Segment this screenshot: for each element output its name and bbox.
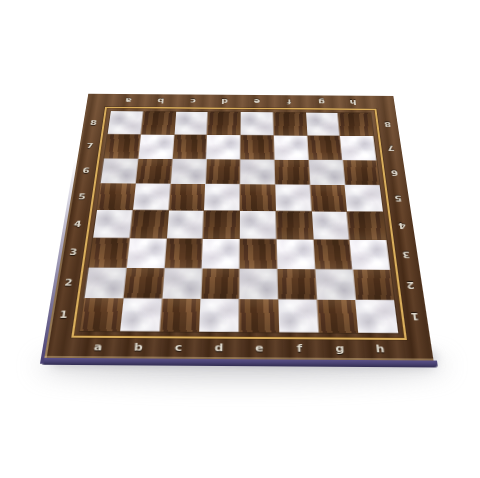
square-e4[interactable] <box>240 211 277 239</box>
board-perspective-wrapper: abcdefgh abcdefgh 87654321 87654321 <box>68 39 412 383</box>
square-d5[interactable] <box>204 184 240 211</box>
square-b3[interactable] <box>127 238 167 268</box>
file-label-top-e: e <box>241 95 273 107</box>
square-d2[interactable] <box>201 268 240 299</box>
rank-label-right-6: 6 <box>384 160 405 185</box>
square-e6[interactable] <box>240 159 275 185</box>
file-label-top-f: f <box>273 96 306 108</box>
square-f4[interactable] <box>276 211 313 239</box>
square-a7[interactable] <box>104 134 141 158</box>
square-g5[interactable] <box>310 185 347 212</box>
square-h6[interactable] <box>342 160 379 186</box>
file-label-a: a <box>77 338 120 357</box>
square-c8[interactable] <box>174 112 208 135</box>
square-d8[interactable] <box>207 112 240 135</box>
file-label-top-h: h <box>337 96 370 108</box>
square-g7[interactable] <box>307 136 342 160</box>
square-g1[interactable] <box>317 300 359 333</box>
square-b8[interactable] <box>141 111 176 134</box>
square-f8[interactable] <box>273 112 307 135</box>
file-label-top-d: d <box>208 95 240 107</box>
square-c6[interactable] <box>170 159 206 185</box>
square-b1[interactable] <box>120 299 162 332</box>
square-h4[interactable] <box>347 212 386 240</box>
square-a8[interactable] <box>108 111 144 134</box>
square-c5[interactable] <box>169 184 206 211</box>
square-f2[interactable] <box>277 269 317 300</box>
file-label-e: e <box>239 339 280 358</box>
file-label-h: h <box>359 340 401 359</box>
square-a6[interactable] <box>101 158 139 183</box>
square-a3[interactable] <box>89 238 130 268</box>
square-f1[interactable] <box>278 300 319 333</box>
square-h3[interactable] <box>350 240 390 270</box>
rank-label-right-7: 7 <box>381 136 401 160</box>
square-d6[interactable] <box>205 159 240 185</box>
square-b5[interactable] <box>133 184 171 211</box>
square-f5[interactable] <box>275 185 311 212</box>
square-a1[interactable] <box>80 298 123 331</box>
square-h2[interactable] <box>353 269 395 300</box>
square-h5[interactable] <box>345 185 383 212</box>
square-f6[interactable] <box>274 159 310 185</box>
square-c7[interactable] <box>172 135 207 159</box>
square-h7[interactable] <box>340 136 376 160</box>
square-d4[interactable] <box>203 211 240 239</box>
square-a2[interactable] <box>85 267 127 298</box>
rank-label-right-8: 8 <box>378 113 398 136</box>
square-a4[interactable] <box>93 210 133 238</box>
square-e7[interactable] <box>240 135 274 159</box>
square-a5[interactable] <box>97 183 136 210</box>
square-e1[interactable] <box>239 299 279 332</box>
rank-label-right-5: 5 <box>387 185 409 212</box>
square-g8[interactable] <box>306 113 341 136</box>
square-e2[interactable] <box>239 268 278 299</box>
square-b7[interactable] <box>138 134 174 158</box>
file-label-g: g <box>319 339 361 358</box>
square-h8[interactable] <box>338 113 373 136</box>
square-e8[interactable] <box>241 112 274 135</box>
square-c1[interactable] <box>160 299 201 332</box>
rank-label-right-1: 1 <box>403 301 427 334</box>
file-label-top-a: a <box>112 95 146 107</box>
square-b2[interactable] <box>123 268 164 299</box>
board-grid <box>80 111 398 333</box>
square-g6[interactable] <box>308 160 344 186</box>
square-c3[interactable] <box>164 238 203 268</box>
square-g2[interactable] <box>315 269 356 300</box>
square-f7[interactable] <box>274 135 309 159</box>
file-label-top-g: g <box>305 96 338 108</box>
rank-label-right-3: 3 <box>395 240 418 270</box>
product-photo-scene: abcdefgh abcdefgh 87654321 87654321 <box>0 0 480 478</box>
square-d3[interactable] <box>202 239 240 269</box>
square-f3[interactable] <box>276 239 314 269</box>
file-label-top-b: b <box>144 95 177 107</box>
file-labels-bottom: abcdefgh <box>77 338 402 359</box>
rank-label-right-2: 2 <box>399 269 423 300</box>
square-b6[interactable] <box>136 158 173 183</box>
file-label-d: d <box>198 339 239 358</box>
square-c2[interactable] <box>162 268 202 299</box>
file-labels-top: abcdefgh <box>112 95 370 108</box>
square-d1[interactable] <box>199 299 239 332</box>
square-g3[interactable] <box>313 239 352 269</box>
square-b4[interactable] <box>130 210 169 238</box>
file-label-c: c <box>158 338 199 357</box>
square-h1[interactable] <box>355 300 398 333</box>
square-c4[interactable] <box>166 211 204 239</box>
square-d7[interactable] <box>206 135 240 159</box>
square-g4[interactable] <box>311 211 349 239</box>
square-e5[interactable] <box>240 184 276 211</box>
file-label-top-c: c <box>176 95 209 107</box>
file-label-b: b <box>117 338 159 357</box>
chess-board: abcdefgh abcdefgh 87654321 87654321 <box>44 94 433 361</box>
file-label-f: f <box>279 339 320 358</box>
rank-label-right-4: 4 <box>391 212 413 240</box>
square-e3[interactable] <box>240 239 278 269</box>
